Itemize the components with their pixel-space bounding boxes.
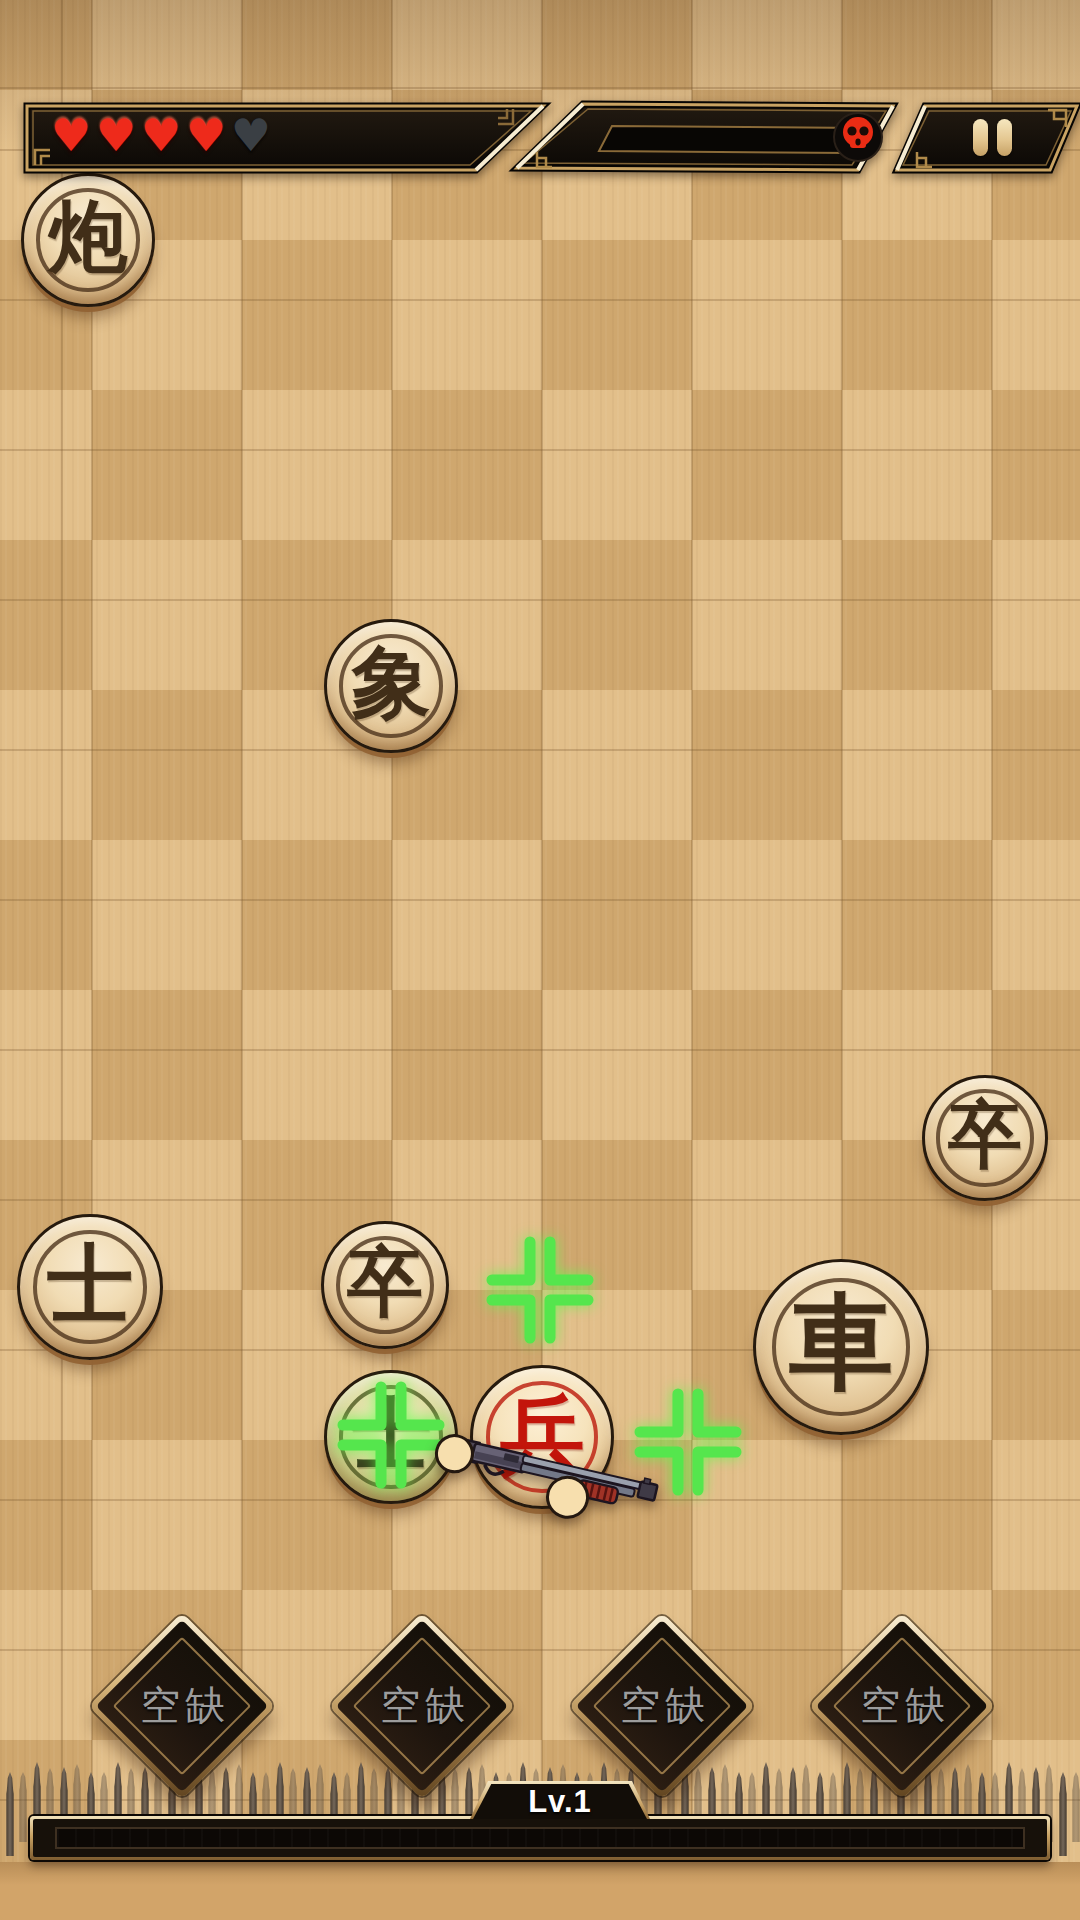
piece-chariot[interactable]: 車: [753, 1259, 929, 1435]
pause-button[interactable]: [895, 106, 1080, 170]
slot-empty-label: 空缺: [615, 1678, 710, 1733]
boss-progress-track: [599, 126, 864, 153]
piece-soldier[interactable]: 卒: [321, 1221, 449, 1349]
game-screen: 炮象卒士卒士兵車: [0, 0, 1080, 1920]
pause-icon: [973, 119, 988, 156]
piece-glyph: 車: [789, 1274, 893, 1414]
shotgun-weapon: [428, 1406, 683, 1545]
piece-glyph: 卒: [347, 1231, 423, 1334]
xp-bar: [30, 1816, 1050, 1860]
piece-soldier[interactable]: 卒: [922, 1075, 1048, 1201]
ground-strip: [0, 1862, 1080, 1920]
heart-icon: ♥: [230, 110, 272, 162]
level-badge: Lv.1: [470, 1781, 650, 1819]
level-label: Lv.1: [528, 1784, 592, 1820]
hand-left: [433, 1432, 476, 1475]
checkerboard: [0, 0, 1080, 1862]
hud-panels: [0, 0, 1080, 200]
pause-icon: [997, 119, 1012, 156]
piece-glyph: 卒: [948, 1086, 1022, 1186]
piece-glyph: 士: [47, 1226, 133, 1343]
slot-empty-label: 空缺: [135, 1678, 230, 1733]
piece-glyph: 象: [352, 631, 431, 737]
piece-advisor[interactable]: 士: [17, 1214, 163, 1360]
skull-icon: [832, 110, 884, 162]
xp-track: [55, 1827, 1025, 1849]
target-crosshair-icon: [480, 1230, 600, 1354]
heart-icon: ♥: [185, 110, 227, 162]
heart-icon: ♥: [50, 110, 92, 162]
piece-glyph: 炮: [49, 185, 128, 291]
slot-empty-label: 空缺: [855, 1678, 950, 1733]
shotgun-icon: [429, 1431, 659, 1536]
heart-icon: ♥: [140, 110, 182, 162]
piece-elephant[interactable]: 象: [324, 619, 458, 753]
health-hearts: ♥♥♥♥♥: [50, 110, 272, 162]
slot-empty-label: 空缺: [375, 1678, 470, 1733]
heart-icon: ♥: [95, 110, 137, 162]
